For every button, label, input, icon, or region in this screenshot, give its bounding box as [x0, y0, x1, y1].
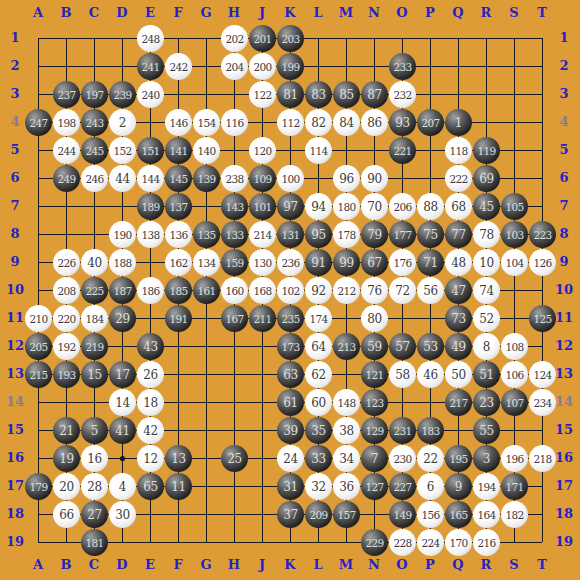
move-number: 241 — [141, 61, 159, 73]
stone-g9-move-134: 134 — [193, 249, 220, 276]
move-number: 225 — [85, 285, 103, 297]
stone-h11-move-167: 167 — [221, 305, 248, 332]
stone-k4-move-112: 112 — [277, 109, 304, 136]
stone-q13-move-50: 50 — [445, 361, 472, 388]
move-number: 189 — [141, 201, 159, 213]
stone-n14-move-123: 123 — [361, 389, 388, 416]
column-label-bottom: J — [252, 557, 272, 573]
stone-l13-move-62: 62 — [305, 361, 332, 388]
stone-c19-move-181: 181 — [81, 529, 108, 556]
column-label-top: M — [336, 5, 356, 21]
stone-q17-move-9: 9 — [445, 473, 472, 500]
row-label-left: 9 — [2, 254, 28, 270]
move-number: 201 — [253, 33, 271, 45]
stone-n15-move-129: 129 — [361, 417, 388, 444]
move-number: 186 — [141, 285, 159, 297]
move-number: 31 — [283, 480, 298, 494]
stone-c9-move-40: 40 — [81, 249, 108, 276]
move-number: 23 — [479, 396, 494, 410]
move-number: 18 — [143, 396, 158, 410]
stone-n8-move-79: 79 — [361, 221, 388, 248]
row-label-right: 6 — [551, 170, 577, 186]
stone-g4-move-154: 154 — [193, 109, 220, 136]
move-number: 141 — [169, 145, 187, 157]
stone-m9-move-99: 99 — [333, 249, 360, 276]
column-label-top: S — [504, 5, 524, 21]
stone-j10-move-168: 168 — [249, 277, 276, 304]
stone-o19-move-228: 228 — [389, 529, 416, 556]
stone-h9-move-159: 159 — [221, 249, 248, 276]
move-number: 48 — [451, 256, 466, 270]
move-number: 203 — [281, 33, 299, 45]
stone-s7-move-105: 105 — [501, 193, 528, 220]
move-number: 25 — [227, 452, 242, 466]
move-number: 40 — [87, 256, 102, 270]
move-number: 62 — [311, 368, 326, 382]
stone-n7-move-70: 70 — [361, 193, 388, 220]
move-number: 34 — [339, 452, 354, 466]
move-number: 46 — [423, 368, 438, 382]
move-number: 126 — [533, 257, 551, 269]
stone-b17-move-20: 20 — [53, 473, 80, 500]
column-label-bottom: F — [168, 557, 188, 573]
move-number: 168 — [253, 285, 271, 297]
move-number: 13 — [171, 452, 186, 466]
stone-t8-move-223: 223 — [529, 221, 556, 248]
stone-n6-move-90: 90 — [361, 165, 388, 192]
move-number: 188 — [113, 257, 131, 269]
move-number: 45 — [479, 200, 494, 214]
stone-p10-move-56: 56 — [417, 277, 444, 304]
move-number: 60 — [311, 396, 326, 410]
move-number: 20 — [59, 480, 74, 494]
stone-r7-move-45: 45 — [473, 193, 500, 220]
move-number: 94 — [311, 200, 326, 214]
move-number: 161 — [197, 285, 215, 297]
stone-d4-move-2: 2 — [109, 109, 136, 136]
stone-b16-move-19: 19 — [53, 445, 80, 472]
stone-a11-move-210: 210 — [25, 305, 52, 332]
move-number: 127 — [365, 481, 383, 493]
column-label-bottom: S — [504, 557, 524, 573]
stone-l18-move-209: 209 — [305, 501, 332, 528]
column-label-top: A — [28, 5, 48, 21]
stone-l3-move-83: 83 — [305, 81, 332, 108]
column-label-top: T — [532, 5, 552, 21]
move-number: 174 — [309, 313, 327, 325]
stone-r6-move-69: 69 — [473, 165, 500, 192]
move-number: 135 — [197, 229, 215, 241]
stone-e17-move-65: 65 — [137, 473, 164, 500]
stone-h2-move-204: 204 — [221, 53, 248, 80]
stone-f8-move-136: 136 — [165, 221, 192, 248]
stone-e1-move-248: 248 — [137, 25, 164, 52]
stone-q7-move-68: 68 — [445, 193, 472, 220]
move-number: 21 — [59, 424, 74, 438]
go-board[interactable]: AABBCCDDEEFFGGHHJJKKLLMMNNOOPPQQRRSSTT11… — [0, 0, 580, 580]
move-number: 219 — [85, 341, 103, 353]
stone-a13-move-215: 215 — [25, 361, 52, 388]
stone-m8-move-178: 178 — [333, 221, 360, 248]
move-number: 199 — [281, 61, 299, 73]
stone-k10-move-102: 102 — [277, 277, 304, 304]
move-number: 194 — [477, 481, 495, 493]
row-label-right: 2 — [551, 58, 577, 74]
stone-o15-move-231: 231 — [389, 417, 416, 444]
stone-e6-move-144: 144 — [137, 165, 164, 192]
move-number: 197 — [85, 89, 103, 101]
stone-c4-move-243: 243 — [81, 109, 108, 136]
move-number: 171 — [505, 481, 523, 493]
row-label-left: 15 — [2, 422, 28, 438]
column-label-bottom: G — [196, 557, 216, 573]
column-label-bottom: E — [140, 557, 160, 573]
move-number: 215 — [29, 369, 47, 381]
column-label-bottom: Q — [448, 557, 468, 573]
move-number: 239 — [113, 89, 131, 101]
stone-r17-move-194: 194 — [473, 473, 500, 500]
move-number: 160 — [225, 285, 243, 297]
column-label-bottom: C — [84, 557, 104, 573]
stone-n9-move-67: 67 — [361, 249, 388, 276]
stone-p16-move-22: 22 — [417, 445, 444, 472]
move-number: 136 — [169, 229, 187, 241]
stone-c15-move-5: 5 — [81, 417, 108, 444]
stone-m3-move-85: 85 — [333, 81, 360, 108]
move-number: 140 — [197, 145, 215, 157]
move-number: 164 — [477, 509, 495, 521]
move-number: 209 — [309, 509, 327, 521]
move-number: 2 — [119, 116, 127, 130]
stone-p19-move-224: 224 — [417, 529, 444, 556]
move-number: 213 — [337, 341, 355, 353]
move-number: 246 — [85, 173, 103, 185]
move-number: 212 — [337, 285, 355, 297]
move-number: 227 — [393, 481, 411, 493]
move-number: 93 — [395, 116, 410, 130]
move-number: 154 — [197, 117, 215, 129]
row-label-left: 19 — [2, 534, 28, 550]
stone-g6-move-139: 139 — [193, 165, 220, 192]
move-number: 148 — [337, 397, 355, 409]
move-number: 233 — [393, 61, 411, 73]
stone-d5-move-152: 152 — [109, 137, 136, 164]
stone-c5-move-245: 245 — [81, 137, 108, 164]
stone-j1-move-201: 201 — [249, 25, 276, 52]
stone-f7-move-137: 137 — [165, 193, 192, 220]
move-number: 70 — [367, 200, 382, 214]
move-number: 61 — [283, 396, 298, 410]
stone-p12-move-53: 53 — [417, 333, 444, 360]
column-label-bottom: L — [308, 557, 328, 573]
move-number: 74 — [479, 284, 494, 298]
column-label-top: D — [112, 5, 132, 21]
stone-l14-move-60: 60 — [305, 389, 332, 416]
row-label-left: 7 — [2, 198, 28, 214]
stone-k2-move-199: 199 — [277, 53, 304, 80]
stone-s9-move-104: 104 — [501, 249, 528, 276]
column-label-top: H — [224, 5, 244, 21]
move-number: 244 — [57, 145, 75, 157]
stone-q10-move-47: 47 — [445, 277, 472, 304]
stone-m16-move-34: 34 — [333, 445, 360, 472]
stone-r10-move-74: 74 — [473, 277, 500, 304]
stone-d10-move-187: 187 — [109, 277, 136, 304]
stone-k17-move-31: 31 — [277, 473, 304, 500]
move-number: 11 — [171, 480, 186, 494]
move-number: 156 — [421, 509, 439, 521]
move-number: 22 — [423, 452, 438, 466]
stone-n12-move-59: 59 — [361, 333, 388, 360]
move-number: 235 — [281, 313, 299, 325]
stone-d9-move-188: 188 — [109, 249, 136, 276]
move-number: 238 — [225, 173, 243, 185]
stone-o10-move-72: 72 — [389, 277, 416, 304]
move-number: 236 — [281, 257, 299, 269]
move-number: 118 — [449, 145, 467, 157]
move-number: 101 — [253, 201, 271, 213]
move-number: 88 — [423, 200, 438, 214]
stone-p17-move-6: 6 — [417, 473, 444, 500]
stone-j6-move-109: 109 — [249, 165, 276, 192]
row-label-right: 18 — [551, 506, 577, 522]
column-label-bottom: R — [476, 557, 496, 573]
stone-r9-move-10: 10 — [473, 249, 500, 276]
move-number: 99 — [339, 256, 354, 270]
move-number: 96 — [339, 172, 354, 186]
move-number: 223 — [533, 229, 551, 241]
move-number: 202 — [225, 33, 243, 45]
stone-e8-move-138: 138 — [137, 221, 164, 248]
stone-o3-move-232: 232 — [389, 81, 416, 108]
move-number: 240 — [141, 89, 159, 101]
move-number: 78 — [479, 228, 494, 242]
move-number: 216 — [477, 537, 495, 549]
move-number: 130 — [253, 257, 271, 269]
move-number: 134 — [197, 257, 215, 269]
row-label-right: 7 — [551, 198, 577, 214]
stone-n10-move-76: 76 — [361, 277, 388, 304]
stone-r15-move-55: 55 — [473, 417, 500, 444]
stone-k7-move-97: 97 — [277, 193, 304, 220]
stone-o7-move-206: 206 — [389, 193, 416, 220]
move-number: 138 — [141, 229, 159, 241]
move-number: 211 — [253, 313, 271, 325]
move-number: 104 — [505, 257, 523, 269]
move-number: 187 — [113, 285, 131, 297]
stone-k13-move-63: 63 — [277, 361, 304, 388]
move-number: 19 — [59, 452, 74, 466]
move-number: 47 — [451, 284, 466, 298]
move-number: 193 — [57, 369, 75, 381]
stone-e7-move-189: 189 — [137, 193, 164, 220]
stone-s13-move-106: 106 — [501, 361, 528, 388]
move-number: 109 — [253, 173, 271, 185]
stone-c11-move-184: 184 — [81, 305, 108, 332]
stone-o8-move-177: 177 — [389, 221, 416, 248]
stone-s16-move-196: 196 — [501, 445, 528, 472]
stone-o9-move-176: 176 — [389, 249, 416, 276]
stone-k6-move-100: 100 — [277, 165, 304, 192]
move-number: 232 — [393, 89, 411, 101]
column-label-top: N — [364, 5, 384, 21]
stone-r11-move-52: 52 — [473, 305, 500, 332]
stone-f6-move-145: 145 — [165, 165, 192, 192]
stone-c16-move-16: 16 — [81, 445, 108, 472]
move-number: 178 — [337, 229, 355, 241]
move-number: 103 — [505, 229, 523, 241]
stone-l8-move-95: 95 — [305, 221, 332, 248]
stone-d17-move-4: 4 — [109, 473, 136, 500]
stone-o18-move-149: 149 — [389, 501, 416, 528]
stone-a17-move-179: 179 — [25, 473, 52, 500]
move-number: 144 — [141, 173, 159, 185]
stone-o16-move-230: 230 — [389, 445, 416, 472]
move-number: 114 — [309, 145, 327, 157]
row-label-right: 5 — [551, 142, 577, 158]
move-number: 217 — [449, 397, 467, 409]
stone-d15-move-41: 41 — [109, 417, 136, 444]
move-number: 6 — [427, 480, 435, 494]
move-number: 228 — [393, 537, 411, 549]
move-number: 185 — [169, 285, 187, 297]
move-number: 170 — [449, 537, 467, 549]
move-number: 1 — [455, 116, 463, 130]
stone-n4-move-86: 86 — [361, 109, 388, 136]
stone-j9-move-130: 130 — [249, 249, 276, 276]
move-number: 220 — [57, 313, 75, 325]
stone-q4-move-1: 1 — [445, 109, 472, 136]
stone-r13-move-51: 51 — [473, 361, 500, 388]
stone-q8-move-77: 77 — [445, 221, 472, 248]
move-number: 76 — [367, 284, 382, 298]
move-number: 30 — [115, 508, 130, 522]
column-label-top: F — [168, 5, 188, 21]
stone-q6-move-222: 222 — [445, 165, 472, 192]
stone-e10-move-186: 186 — [137, 277, 164, 304]
stone-s18-move-182: 182 — [501, 501, 528, 528]
row-label-left: 1 — [2, 30, 28, 46]
row-label-left: 6 — [2, 170, 28, 186]
move-number: 42 — [143, 424, 158, 438]
move-number: 218 — [533, 453, 551, 465]
stone-o5-move-221: 221 — [389, 137, 416, 164]
move-number: 234 — [533, 397, 551, 409]
stone-l11-move-174: 174 — [305, 305, 332, 332]
stone-l7-move-94: 94 — [305, 193, 332, 220]
stone-m18-move-157: 157 — [333, 501, 360, 528]
column-label-top: E — [140, 5, 160, 21]
stone-c6-move-246: 246 — [81, 165, 108, 192]
move-number: 157 — [337, 509, 355, 521]
move-number: 12 — [143, 452, 158, 466]
stone-l4-move-82: 82 — [305, 109, 332, 136]
row-label-right: 3 — [551, 86, 577, 102]
stone-p9-move-71: 71 — [417, 249, 444, 276]
column-label-top: G — [196, 5, 216, 21]
move-number: 77 — [451, 228, 466, 242]
column-label-top: K — [280, 5, 300, 21]
stone-r14-move-23: 23 — [473, 389, 500, 416]
stone-e13-move-26: 26 — [137, 361, 164, 388]
move-number: 108 — [505, 341, 523, 353]
move-number: 41 — [115, 424, 130, 438]
stone-d3-move-239: 239 — [109, 81, 136, 108]
stone-m17-move-36: 36 — [333, 473, 360, 500]
stone-h6-move-238: 238 — [221, 165, 248, 192]
move-number: 192 — [57, 341, 75, 353]
move-number: 100 — [281, 173, 299, 185]
stone-o13-move-58: 58 — [389, 361, 416, 388]
stone-h7-move-143: 143 — [221, 193, 248, 220]
move-number: 146 — [169, 117, 187, 129]
move-number: 33 — [311, 452, 326, 466]
stone-o4-move-93: 93 — [389, 109, 416, 136]
move-number: 87 — [367, 88, 382, 102]
stone-n11-move-80: 80 — [361, 305, 388, 332]
stone-e16-move-12: 12 — [137, 445, 164, 472]
move-number: 84 — [339, 116, 354, 130]
stone-e15-move-42: 42 — [137, 417, 164, 444]
move-number: 206 — [393, 201, 411, 213]
stone-f11-move-191: 191 — [165, 305, 192, 332]
move-number: 242 — [169, 61, 187, 73]
move-number: 55 — [479, 424, 494, 438]
column-label-top: L — [308, 5, 328, 21]
move-number: 14 — [115, 396, 130, 410]
move-number: 65 — [143, 480, 158, 494]
stone-k16-move-24: 24 — [277, 445, 304, 472]
stone-b4-move-198: 198 — [53, 109, 80, 136]
move-number: 57 — [395, 340, 410, 354]
move-number: 190 — [113, 229, 131, 241]
move-number: 36 — [339, 480, 354, 494]
move-number: 122 — [253, 89, 271, 101]
move-number: 67 — [367, 256, 382, 270]
stone-n17-move-127: 127 — [361, 473, 388, 500]
row-label-right: 10 — [551, 282, 577, 298]
move-number: 95 — [311, 228, 326, 242]
move-number: 131 — [281, 229, 299, 241]
move-number: 247 — [29, 117, 47, 129]
move-number: 231 — [393, 425, 411, 437]
stone-k11-move-235: 235 — [277, 305, 304, 332]
move-number: 167 — [225, 313, 243, 325]
stone-r5-move-119: 119 — [473, 137, 500, 164]
stone-d13-move-17: 17 — [109, 361, 136, 388]
move-number: 200 — [253, 61, 271, 73]
move-number: 107 — [505, 397, 523, 409]
stone-t9-move-126: 126 — [529, 249, 556, 276]
move-number: 179 — [29, 481, 47, 493]
stone-q19-move-170: 170 — [445, 529, 472, 556]
row-label-right: 15 — [551, 422, 577, 438]
move-number: 123 — [365, 397, 383, 409]
column-label-top: O — [392, 5, 412, 21]
stone-k8-move-131: 131 — [277, 221, 304, 248]
stone-q9-move-48: 48 — [445, 249, 472, 276]
move-number: 50 — [451, 368, 466, 382]
stone-g10-move-161: 161 — [193, 277, 220, 304]
move-number: 52 — [479, 312, 494, 326]
column-label-bottom: K — [280, 557, 300, 573]
move-number: 68 — [451, 200, 466, 214]
move-number: 102 — [281, 285, 299, 297]
move-number: 249 — [57, 173, 75, 185]
stone-m10-move-212: 212 — [333, 277, 360, 304]
stone-b15-move-21: 21 — [53, 417, 80, 444]
move-number: 119 — [477, 145, 495, 157]
